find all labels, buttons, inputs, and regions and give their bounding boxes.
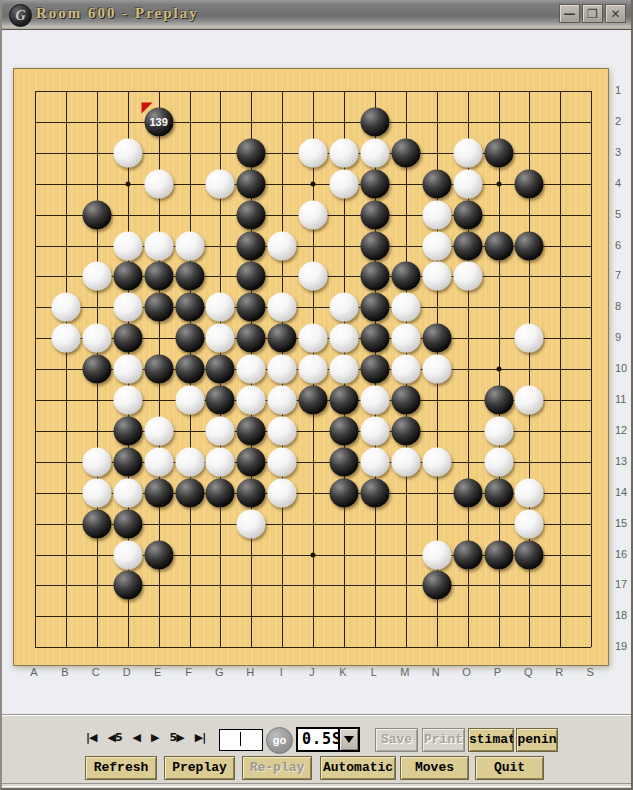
grid-line-h (35, 616, 591, 617)
black-stone-L5 (360, 200, 389, 229)
white-stone-D3 (113, 138, 142, 167)
white-stone-I14 (268, 478, 297, 507)
black-stone-D12 (113, 416, 142, 445)
white-stone-G12 (206, 416, 235, 445)
star-point (496, 181, 501, 186)
black-stone-P11 (484, 386, 513, 415)
forward-5-button[interactable]: 5▶ (170, 731, 184, 744)
col-label-C: C (92, 666, 100, 678)
print-button: Print (422, 728, 465, 752)
white-stone-N10 (422, 355, 451, 384)
black-stone-K11 (330, 386, 359, 415)
white-stone-G9 (206, 324, 235, 353)
black-stone-L10 (360, 355, 389, 384)
white-stone-C13 (82, 447, 111, 476)
white-stone-P13 (484, 447, 513, 476)
white-stone-K3 (330, 138, 359, 167)
black-stone-D7 (113, 262, 142, 291)
black-stone-K14 (330, 478, 359, 507)
col-label-H: H (246, 666, 254, 678)
white-stone-I10 (268, 355, 297, 384)
row-label-6: 6 (615, 239, 621, 251)
delay-dropdown[interactable]: 0.5S (296, 727, 360, 752)
row-label-10: 10 (615, 362, 627, 374)
black-stone-L14 (360, 478, 389, 507)
white-stone-M13 (391, 447, 420, 476)
forward-button[interactable]: ▶ (151, 731, 158, 744)
row-label-11: 11 (615, 393, 626, 405)
col-label-O: O (462, 666, 471, 678)
white-stone-O3 (453, 138, 482, 167)
white-stone-J10 (299, 355, 328, 384)
white-stone-D14 (113, 478, 142, 507)
white-stone-Q9 (515, 324, 544, 353)
white-stone-P12 (484, 416, 513, 445)
col-label-A: A (30, 666, 37, 678)
last-move-button[interactable]: ▶| (195, 731, 205, 744)
white-stone-F11 (175, 386, 204, 415)
white-stone-I11 (268, 386, 297, 415)
refresh-button[interactable]: Refresh (85, 756, 157, 780)
white-stone-M10 (391, 355, 420, 384)
row-label-5: 5 (615, 208, 621, 220)
row-label-15: 15 (615, 517, 627, 529)
white-stone-H15 (237, 509, 266, 538)
save-button: Save (375, 728, 418, 752)
back-5-button[interactable]: ◀5 (107, 731, 121, 744)
col-label-R: R (555, 666, 563, 678)
black-stone-M3 (391, 138, 420, 167)
black-stone-H7 (237, 262, 266, 291)
row-label-3: 3 (615, 146, 621, 158)
star-point (125, 181, 130, 186)
white-stone-J5 (299, 200, 328, 229)
white-stone-D6 (113, 231, 142, 260)
white-stone-I12 (268, 416, 297, 445)
black-stone-D13 (113, 447, 142, 476)
black-stone-M11 (391, 386, 420, 415)
black-stone-E7 (144, 262, 173, 291)
move-number-input[interactable] (219, 729, 263, 751)
star-point (496, 367, 501, 372)
black-stone-H3 (237, 138, 266, 167)
minimize-button[interactable]: — (559, 4, 580, 23)
white-stone-Q14 (515, 478, 544, 507)
white-stone-G4 (206, 169, 235, 198)
white-stone-I13 (268, 447, 297, 476)
white-stone-J7 (299, 262, 328, 291)
black-stone-F14 (175, 478, 204, 507)
white-stone-Q15 (515, 509, 544, 538)
white-stone-C14 (82, 478, 111, 507)
black-stone-H4 (237, 169, 266, 198)
white-stone-H10 (237, 355, 266, 384)
text-caret (240, 732, 241, 746)
black-stone-E10 (144, 355, 173, 384)
white-stone-N16 (422, 540, 451, 569)
col-label-N: N (432, 666, 440, 678)
white-stone-J3 (299, 138, 328, 167)
black-stone-E14 (144, 478, 173, 507)
row-label-17: 17 (615, 578, 627, 590)
white-stone-Q11 (515, 386, 544, 415)
black-stone-E16 (144, 540, 173, 569)
app-logo-icon: G (9, 4, 32, 27)
white-stone-C9 (82, 324, 111, 353)
grid-line-v (560, 91, 561, 647)
col-label-J: J (309, 666, 315, 678)
black-stone-Q16 (515, 540, 544, 569)
black-stone-N17 (422, 571, 451, 600)
white-stone-D16 (113, 540, 142, 569)
col-label-Q: Q (524, 666, 533, 678)
replay-button: Re-play (242, 756, 312, 780)
black-stone-Q6 (515, 231, 544, 260)
row-label-16: 16 (615, 548, 627, 560)
black-stone-G10 (206, 355, 235, 384)
black-stone-E8 (144, 293, 173, 322)
black-stone-O6 (453, 231, 482, 260)
row-labels: 12345678910111213141516171819 (615, 68, 633, 664)
col-label-B: B (61, 666, 68, 678)
white-stone-M8 (391, 293, 420, 322)
black-stone-F9 (175, 324, 204, 353)
back-button[interactable]: ◀ (133, 731, 140, 744)
window-title: Room 600 - Preplay (36, 5, 199, 22)
row-label-19: 19 (615, 640, 627, 652)
row-label-12: 12 (615, 424, 627, 436)
black-stone-H12 (237, 416, 266, 445)
preplay-button[interactable]: Preplay (164, 756, 235, 780)
black-stone-N9 (422, 324, 451, 353)
white-stone-B8 (51, 293, 80, 322)
black-stone-L9 (360, 324, 389, 353)
estimate-button[interactable]: stimat (468, 728, 514, 752)
white-stone-G8 (206, 293, 235, 322)
white-stone-D10 (113, 355, 142, 384)
close-button[interactable]: ✕ (605, 4, 626, 23)
black-stone-D15 (113, 509, 142, 538)
black-stone-K12 (330, 416, 359, 445)
col-label-L: L (371, 666, 377, 678)
automatic-button[interactable]: Automatic (320, 756, 396, 780)
white-stone-F13 (175, 447, 204, 476)
white-stone-M9 (391, 324, 420, 353)
black-stone-H9 (237, 324, 266, 353)
black-stone-H6 (237, 231, 266, 260)
grid-line-v (591, 91, 592, 647)
black-stone-F7 (175, 262, 204, 291)
white-stone-L12 (360, 416, 389, 445)
black-stone-F8 (175, 293, 204, 322)
moves-button[interactable]: Moves (400, 756, 469, 780)
white-stone-K8 (330, 293, 359, 322)
white-stone-B9 (51, 324, 80, 353)
black-stone-H5 (237, 200, 266, 229)
black-stone-L2 (360, 107, 389, 136)
delay-value: 0.5S (302, 730, 342, 748)
black-stone-L6 (360, 231, 389, 260)
white-stone-K4 (330, 169, 359, 198)
white-stone-J9 (299, 324, 328, 353)
row-label-1: 1 (615, 84, 621, 96)
col-label-I: I (280, 666, 283, 678)
white-stone-N7 (422, 262, 451, 291)
white-stone-F6 (175, 231, 204, 260)
column-labels: ABCDEFGHIJKLMNOPQRS (13, 666, 607, 682)
white-stone-C7 (82, 262, 111, 291)
title-bar[interactable]: G Room 600 - Preplay —❐✕ (2, 0, 631, 30)
white-stone-E12 (144, 416, 173, 445)
black-stone-N4 (422, 169, 451, 198)
col-label-S: S (587, 666, 594, 678)
black-stone-C15 (82, 509, 111, 538)
panel-divider (2, 783, 631, 787)
col-label-G: G (215, 666, 224, 678)
white-stone-I8 (268, 293, 297, 322)
col-label-E: E (154, 666, 161, 678)
black-stone-H14 (237, 478, 266, 507)
col-label-K: K (339, 666, 346, 678)
control-panel: |◀◀5◀▶5▶▶| go 0.5S SavePrintstimatpenin … (2, 714, 631, 788)
quit-button[interactable]: Quit (475, 756, 544, 780)
white-stone-E4 (144, 169, 173, 198)
first-move-button[interactable]: |◀ (86, 731, 96, 744)
black-stone-P6 (484, 231, 513, 260)
row-label-4: 4 (615, 177, 621, 189)
white-stone-H11 (237, 386, 266, 415)
black-stone-D17 (113, 571, 142, 600)
black-stone-G11 (206, 386, 235, 415)
row-label-18: 18 (615, 609, 627, 621)
row-label-7: 7 (615, 269, 621, 281)
row-label-14: 14 (615, 486, 627, 498)
row-label-13: 13 (615, 455, 627, 467)
white-stone-N6 (422, 231, 451, 260)
row-label-8: 8 (615, 300, 621, 312)
black-stone-G14 (206, 478, 235, 507)
white-stone-O4 (453, 169, 482, 198)
black-stone-F10 (175, 355, 204, 384)
black-stone-P14 (484, 478, 513, 507)
black-stone-P16 (484, 540, 513, 569)
black-stone-L8 (360, 293, 389, 322)
black-stone-M12 (391, 416, 420, 445)
go-board[interactable]: 139 (13, 68, 609, 666)
col-label-F: F (185, 666, 192, 678)
white-stone-I6 (268, 231, 297, 260)
black-stone-C10 (82, 355, 111, 384)
white-stone-D11 (113, 386, 142, 415)
maximize-button[interactable]: ❐ (582, 4, 603, 23)
black-stone-L4 (360, 169, 389, 198)
col-label-M: M (400, 666, 409, 678)
white-stone-G13 (206, 447, 235, 476)
black-stone-M7 (391, 262, 420, 291)
black-stone-J11 (299, 386, 328, 415)
black-stone-D9 (113, 324, 142, 353)
white-stone-K10 (330, 355, 359, 384)
go-button[interactable]: go (266, 727, 293, 754)
black-stone-Q4 (515, 169, 544, 198)
black-stone-O14 (453, 478, 482, 507)
row-label-2: 2 (615, 115, 621, 127)
col-label-D: D (123, 666, 131, 678)
white-stone-L11 (360, 386, 389, 415)
white-stone-N5 (422, 200, 451, 229)
white-stone-O7 (453, 262, 482, 291)
black-stone-O5 (453, 200, 482, 229)
white-stone-D8 (113, 293, 142, 322)
black-stone-O16 (453, 540, 482, 569)
black-stone-P3 (484, 138, 513, 167)
last-move-marker-icon (141, 102, 152, 113)
white-stone-L3 (360, 138, 389, 167)
app-window: G Room 600 - Preplay —❐✕ 139 ABCDEFGHIJK… (0, 0, 633, 790)
black-stone-L7 (360, 262, 389, 291)
white-stone-E6 (144, 231, 173, 260)
chevron-down-icon[interactable] (338, 729, 358, 750)
black-stone-H13 (237, 447, 266, 476)
star-point (311, 181, 316, 186)
star-point (311, 552, 316, 557)
white-stone-N13 (422, 447, 451, 476)
grid-line-h (35, 647, 591, 648)
black-stone-E2: 139 (144, 107, 173, 136)
black-stone-C5 (82, 200, 111, 229)
col-label-P: P (494, 666, 501, 678)
opening-button[interactable]: penin (516, 728, 558, 752)
black-stone-H8 (237, 293, 266, 322)
black-stone-I9 (268, 324, 297, 353)
white-stone-K9 (330, 324, 359, 353)
white-stone-L13 (360, 447, 389, 476)
row-label-9: 9 (615, 331, 621, 343)
black-stone-K13 (330, 447, 359, 476)
white-stone-E13 (144, 447, 173, 476)
